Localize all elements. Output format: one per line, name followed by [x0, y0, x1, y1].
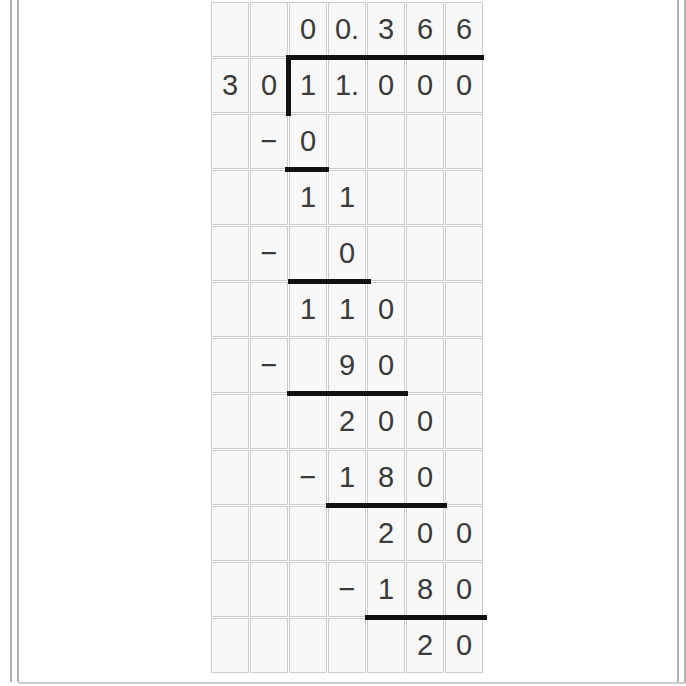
grid-cell-r11c7: 0	[445, 562, 483, 617]
grid-cell-r4c4: 1	[328, 170, 366, 225]
grid-cell-r1c3: 0	[289, 2, 327, 57]
grid-cell-r8c7	[445, 394, 483, 449]
grid-cell-r4c2	[250, 170, 288, 225]
grid-cell-r7c4: 9	[328, 338, 366, 393]
grid-cell-r3c6	[406, 114, 444, 169]
grid-cell-r5c7	[445, 226, 483, 281]
grid-cell-r5c4: 0	[328, 226, 366, 281]
grid-cell-r12c5	[367, 618, 405, 673]
grid-cell-r10c2	[250, 506, 288, 561]
grid-cell-r3c2: −	[250, 114, 288, 169]
grid-cell-r4c7	[445, 170, 483, 225]
grid-cell-r5c2: −	[250, 226, 288, 281]
grid-cell-r10c1	[211, 506, 249, 561]
frame-border-left-outer	[10, 0, 12, 682]
grid-cell-r2c3: 1	[289, 58, 327, 113]
grid-cell-r4c5	[367, 170, 405, 225]
grid-cell-r5c5	[367, 226, 405, 281]
grid-cell-r8c5: 0	[367, 394, 405, 449]
grid-cell-r9c2	[250, 450, 288, 505]
grid-cell-r5c1	[211, 226, 249, 281]
grid-cell-r6c4: 1	[328, 282, 366, 337]
grid-cell-r1c5: 3	[367, 2, 405, 57]
grid-cell-r12c3	[289, 618, 327, 673]
grid-cell-r7c5: 0	[367, 338, 405, 393]
grid-cell-r9c6: 0	[406, 450, 444, 505]
grid-cell-r6c3: 1	[289, 282, 327, 337]
grid-cell-r3c3: 0	[289, 114, 327, 169]
grid-cell-r7c1	[211, 338, 249, 393]
grid-cell-r3c4	[328, 114, 366, 169]
grid-cell-r7c3	[289, 338, 327, 393]
grid-cell-r9c7	[445, 450, 483, 505]
grid-cell-r12c2	[250, 618, 288, 673]
grid-cell-r5c6	[406, 226, 444, 281]
grid-cell-r7c6	[406, 338, 444, 393]
grid-cell-r1c2	[250, 2, 288, 57]
grid-cell-r12c7: 0	[445, 618, 483, 673]
grid-cell-r10c5: 2	[367, 506, 405, 561]
grid-cell-r11c6: 8	[406, 562, 444, 617]
grid-cell-r3c1	[211, 114, 249, 169]
grid-cell-r10c6: 0	[406, 506, 444, 561]
division-cell-grid: 00.3663011.000−011−0110−90200−180200−180…	[211, 2, 484, 673]
grid-cell-r5c3	[289, 226, 327, 281]
grid-cell-r6c5: 0	[367, 282, 405, 337]
grid-cell-r4c3: 1	[289, 170, 327, 225]
subtraction-underline-2	[288, 279, 371, 284]
grid-cell-r9c3: −	[289, 450, 327, 505]
grid-cell-r6c1	[211, 282, 249, 337]
subtraction-underline-1	[285, 167, 329, 172]
grid-cell-r3c5	[367, 114, 405, 169]
grid-cell-r2c4: 1.	[328, 58, 366, 113]
grid-cell-r11c5: 1	[367, 562, 405, 617]
grid-cell-r7c7	[445, 338, 483, 393]
division-bracket-vertical-line	[286, 55, 291, 116]
grid-cell-r4c6	[406, 170, 444, 225]
grid-cell-r3c7	[445, 114, 483, 169]
grid-cell-r9c4: 1	[328, 450, 366, 505]
grid-cell-r9c1	[211, 450, 249, 505]
grid-cell-r12c4	[328, 618, 366, 673]
grid-cell-r8c4: 2	[328, 394, 366, 449]
subtraction-underline-5	[365, 615, 487, 620]
grid-cell-r10c4	[328, 506, 366, 561]
grid-cell-r1c6: 6	[406, 2, 444, 57]
grid-cell-r7c2: −	[250, 338, 288, 393]
grid-cell-r12c6: 2	[406, 618, 444, 673]
grid-cell-r1c1	[211, 2, 249, 57]
grid-cell-r1c4: 0.	[328, 2, 366, 57]
long-division-grid: 00.3663011.000−011−0110−90200−180200−180…	[211, 2, 484, 673]
grid-cell-r11c4: −	[328, 562, 366, 617]
grid-cell-r6c7	[445, 282, 483, 337]
grid-cell-r2c6: 0	[406, 58, 444, 113]
frame-border-bottom	[18, 682, 686, 684]
grid-cell-r12c1	[211, 618, 249, 673]
grid-cell-r1c7: 6	[445, 2, 483, 57]
grid-cell-r10c3	[289, 506, 327, 561]
subtraction-underline-3	[287, 391, 408, 396]
grid-cell-r11c1	[211, 562, 249, 617]
grid-cell-r6c6	[406, 282, 444, 337]
grid-cell-r2c7: 0	[445, 58, 483, 113]
grid-cell-r8c6: 0	[406, 394, 444, 449]
grid-cell-r8c1	[211, 394, 249, 449]
grid-cell-r4c1	[211, 170, 249, 225]
grid-cell-r2c1: 3	[211, 58, 249, 113]
frame-border-left-inner	[17, 0, 19, 682]
grid-cell-r11c2	[250, 562, 288, 617]
subtraction-underline-4	[326, 503, 447, 508]
grid-cell-r9c5: 8	[367, 450, 405, 505]
grid-cell-r2c2: 0	[250, 58, 288, 113]
grid-cell-r2c5: 0	[367, 58, 405, 113]
grid-cell-r6c2	[250, 282, 288, 337]
grid-cell-r10c7: 0	[445, 506, 483, 561]
grid-cell-r11c3	[289, 562, 327, 617]
grid-cell-r8c3	[289, 394, 327, 449]
division-bracket-horizontal-line	[287, 55, 484, 60]
frame-border-right-outer	[677, 0, 679, 682]
grid-cell-r8c2	[250, 394, 288, 449]
